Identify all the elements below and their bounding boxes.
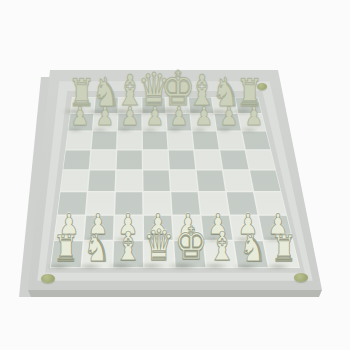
piece-clear-queen-d1[interactable]: ♛ bbox=[144, 224, 175, 267]
piece-frosted-pawn-b7[interactable]: ♟ bbox=[96, 104, 114, 130]
piece-frosted-pawn-c7[interactable]: ♟ bbox=[121, 104, 139, 130]
piece-frosted-pawn-h7[interactable]: ♟ bbox=[245, 104, 263, 130]
piece-clear-bishop-c1[interactable]: ♝ bbox=[114, 227, 143, 267]
piece-clear-king-e1[interactable]: ♚ bbox=[174, 221, 207, 267]
piece-clear-rook-h1[interactable]: ♜ bbox=[271, 231, 297, 267]
piece-clear-knight-b1[interactable]: ♞ bbox=[83, 229, 110, 267]
piece-clear-bishop-f1[interactable]: ♝ bbox=[208, 227, 237, 267]
piece-frosted-pawn-a7[interactable]: ♟ bbox=[71, 104, 89, 130]
felt-pad bbox=[41, 274, 55, 283]
piece-frosted-pawn-d7[interactable]: ♟ bbox=[145, 104, 163, 130]
piece-frosted-pawn-e7[interactable]: ♟ bbox=[170, 104, 188, 130]
glass-chess-set-photo: ♜♞♝♛♚♝♞♜♟♟♟♟♟♟♟♟♟♟♟♟♟♟♟♟♜♞♝♛♚♝♞♜ bbox=[0, 0, 350, 350]
piece-clear-knight-g1[interactable]: ♞ bbox=[239, 229, 266, 267]
piece-clear-rook-a1[interactable]: ♜ bbox=[53, 231, 79, 267]
piece-frosted-pawn-g7[interactable]: ♟ bbox=[220, 104, 238, 130]
piece-frosted-pawn-f7[interactable]: ♟ bbox=[195, 104, 213, 130]
felt-pad bbox=[294, 273, 308, 282]
